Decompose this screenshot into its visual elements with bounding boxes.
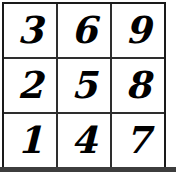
cell-r1c3: 9 <box>112 4 164 57</box>
cell-r1c1: 3 <box>4 4 56 57</box>
cell-r2c1: 2 <box>4 59 56 112</box>
grid-board: 3 6 9 2 5 8 1 4 7 <box>2 2 166 167</box>
cell-r3c3: 7 <box>112 114 164 167</box>
cell-r1c2: 6 <box>58 4 110 57</box>
number-grid-diagram: 3 6 9 2 5 8 1 4 7 <box>0 0 176 176</box>
bottom-edge-bar <box>0 167 176 172</box>
cell-r2c3: 8 <box>112 59 164 112</box>
cell-r3c1: 1 <box>4 114 56 167</box>
cell-r3c2: 4 <box>58 114 110 167</box>
cell-r2c2: 5 <box>58 59 110 112</box>
